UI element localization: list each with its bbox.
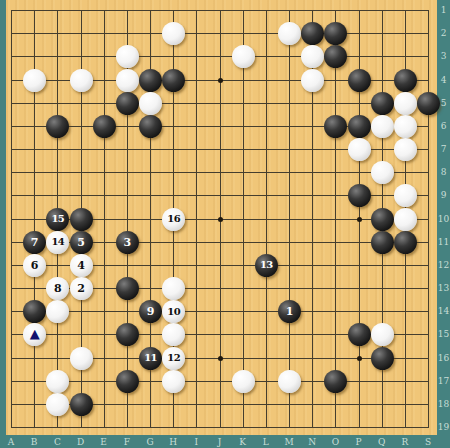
white-stone xyxy=(232,45,255,68)
white-stone xyxy=(371,115,394,138)
black-stone xyxy=(348,69,371,92)
white-stone: 8 xyxy=(46,277,69,300)
black-stone xyxy=(116,323,139,346)
black-stone xyxy=(324,370,347,393)
star-point xyxy=(218,217,223,222)
black-stone xyxy=(371,92,394,115)
black-stone xyxy=(394,69,417,92)
grid-line-horizontal xyxy=(11,311,429,312)
column-label: E xyxy=(94,437,114,447)
black-stone xyxy=(46,115,69,138)
triangle-mark: ▲ xyxy=(30,327,40,340)
move-number: 2 xyxy=(77,283,85,294)
white-stone xyxy=(162,22,185,45)
row-label: 4 xyxy=(437,75,450,85)
column-label: R xyxy=(395,437,415,447)
grid-line-horizontal xyxy=(11,10,429,11)
white-stone: 4 xyxy=(70,254,93,277)
row-label: 6 xyxy=(437,121,450,131)
move-number: 6 xyxy=(31,260,39,271)
black-stone xyxy=(324,115,347,138)
white-stone: ▲ xyxy=(23,323,46,346)
black-stone xyxy=(371,347,394,370)
star-point xyxy=(218,78,223,83)
column-label: Q xyxy=(372,437,392,447)
black-stone: 13 xyxy=(255,254,278,277)
black-stone xyxy=(116,277,139,300)
move-number: 14 xyxy=(51,237,64,247)
white-stone xyxy=(46,370,69,393)
white-stone xyxy=(70,347,93,370)
black-stone xyxy=(324,45,347,68)
column-label: I xyxy=(186,437,206,447)
black-stone xyxy=(23,300,46,323)
goban[interactable]: 1516714536413829101▲1112 xyxy=(6,0,437,435)
black-stone xyxy=(348,184,371,207)
column-label: A xyxy=(1,437,21,447)
white-stone xyxy=(348,138,371,161)
black-stone xyxy=(116,370,139,393)
grid-line-horizontal xyxy=(11,33,429,34)
white-stone: 6 xyxy=(23,254,46,277)
row-label: 7 xyxy=(437,144,450,154)
move-number: 9 xyxy=(147,306,155,317)
grid-line-horizontal xyxy=(11,381,429,382)
row-label: 15 xyxy=(437,329,450,339)
white-stone xyxy=(162,277,185,300)
white-stone xyxy=(23,69,46,92)
row-label: 19 xyxy=(437,422,450,432)
grid-line-horizontal xyxy=(11,103,429,104)
black-stone xyxy=(394,231,417,254)
white-stone xyxy=(162,370,185,393)
black-stone: 1 xyxy=(278,300,301,323)
white-stone xyxy=(162,323,185,346)
black-stone: 3 xyxy=(116,231,139,254)
white-stone xyxy=(116,45,139,68)
column-label: G xyxy=(140,437,160,447)
star-point xyxy=(357,217,362,222)
star-point xyxy=(218,356,223,361)
move-number: 11 xyxy=(144,353,157,363)
go-diagram: 1516714536413829101▲1112 ABCDEFGHIJKLMNO… xyxy=(0,0,450,448)
row-label: 2 xyxy=(437,28,450,38)
white-stone: 12 xyxy=(162,347,185,370)
column-label: K xyxy=(233,437,253,447)
column-label: D xyxy=(71,437,91,447)
column-label: M xyxy=(279,437,299,447)
column-label: F xyxy=(117,437,137,447)
black-stone xyxy=(139,69,162,92)
row-label: 1 xyxy=(437,5,450,15)
move-number: 5 xyxy=(77,237,85,248)
row-label: 8 xyxy=(437,167,450,177)
white-stone xyxy=(116,69,139,92)
star-point xyxy=(357,356,362,361)
black-stone: 7 xyxy=(23,231,46,254)
move-number: 10 xyxy=(167,307,180,317)
white-stone xyxy=(232,370,255,393)
move-number: 15 xyxy=(51,214,64,224)
move-number: 3 xyxy=(124,237,132,248)
white-stone xyxy=(394,184,417,207)
row-label: 5 xyxy=(437,98,450,108)
row-label: 18 xyxy=(437,399,450,409)
column-label: S xyxy=(418,437,438,447)
move-number: 4 xyxy=(77,260,85,271)
white-stone xyxy=(70,69,93,92)
black-stone xyxy=(348,323,371,346)
white-stone xyxy=(371,161,394,184)
row-label: 3 xyxy=(437,51,450,61)
move-number: 16 xyxy=(167,214,180,224)
black-stone xyxy=(116,92,139,115)
grid-line-horizontal xyxy=(11,172,429,173)
black-stone xyxy=(139,115,162,138)
column-label: N xyxy=(302,437,322,447)
white-stone xyxy=(46,300,69,323)
white-stone: 16 xyxy=(162,208,185,231)
row-label: 17 xyxy=(437,376,450,386)
black-stone xyxy=(70,393,93,416)
white-stone: 14 xyxy=(46,231,69,254)
white-stone xyxy=(394,115,417,138)
column-label: P xyxy=(349,437,369,447)
black-stone xyxy=(324,22,347,45)
move-number: 8 xyxy=(54,283,62,294)
white-stone xyxy=(394,92,417,115)
white-stone xyxy=(371,323,394,346)
row-label: 10 xyxy=(437,214,450,224)
white-stone xyxy=(278,370,301,393)
column-label: B xyxy=(24,437,44,447)
black-stone xyxy=(162,69,185,92)
white-stone xyxy=(46,393,69,416)
move-number: 1 xyxy=(286,306,294,317)
white-stone xyxy=(394,138,417,161)
white-stone xyxy=(278,22,301,45)
white-stone xyxy=(394,208,417,231)
black-stone: 11 xyxy=(139,347,162,370)
column-label: C xyxy=(47,437,67,447)
column-label: L xyxy=(256,437,276,447)
black-stone: 9 xyxy=(139,300,162,323)
row-label: 13 xyxy=(437,283,450,293)
white-stone xyxy=(139,92,162,115)
move-number: 7 xyxy=(31,237,39,248)
row-label: 12 xyxy=(437,260,450,270)
white-stone: 2 xyxy=(70,277,93,300)
black-stone xyxy=(301,22,324,45)
row-label: 14 xyxy=(437,306,450,316)
row-label: 11 xyxy=(437,237,450,247)
black-stone xyxy=(348,115,371,138)
black-stone: 15 xyxy=(46,208,69,231)
black-stone: 5 xyxy=(70,231,93,254)
grid-line-horizontal xyxy=(11,427,429,428)
move-number: 12 xyxy=(167,353,180,363)
move-number: 13 xyxy=(260,260,273,270)
column-label: J xyxy=(210,437,230,447)
black-stone xyxy=(371,208,394,231)
white-stone xyxy=(301,45,324,68)
white-stone: 10 xyxy=(162,300,185,323)
grid-line-horizontal xyxy=(11,56,429,57)
black-stone xyxy=(70,208,93,231)
white-stone xyxy=(301,69,324,92)
black-stone xyxy=(93,115,116,138)
black-stone xyxy=(371,231,394,254)
column-label: H xyxy=(163,437,183,447)
row-label: 16 xyxy=(437,353,450,363)
column-label: O xyxy=(325,437,345,447)
row-label: 9 xyxy=(437,190,450,200)
